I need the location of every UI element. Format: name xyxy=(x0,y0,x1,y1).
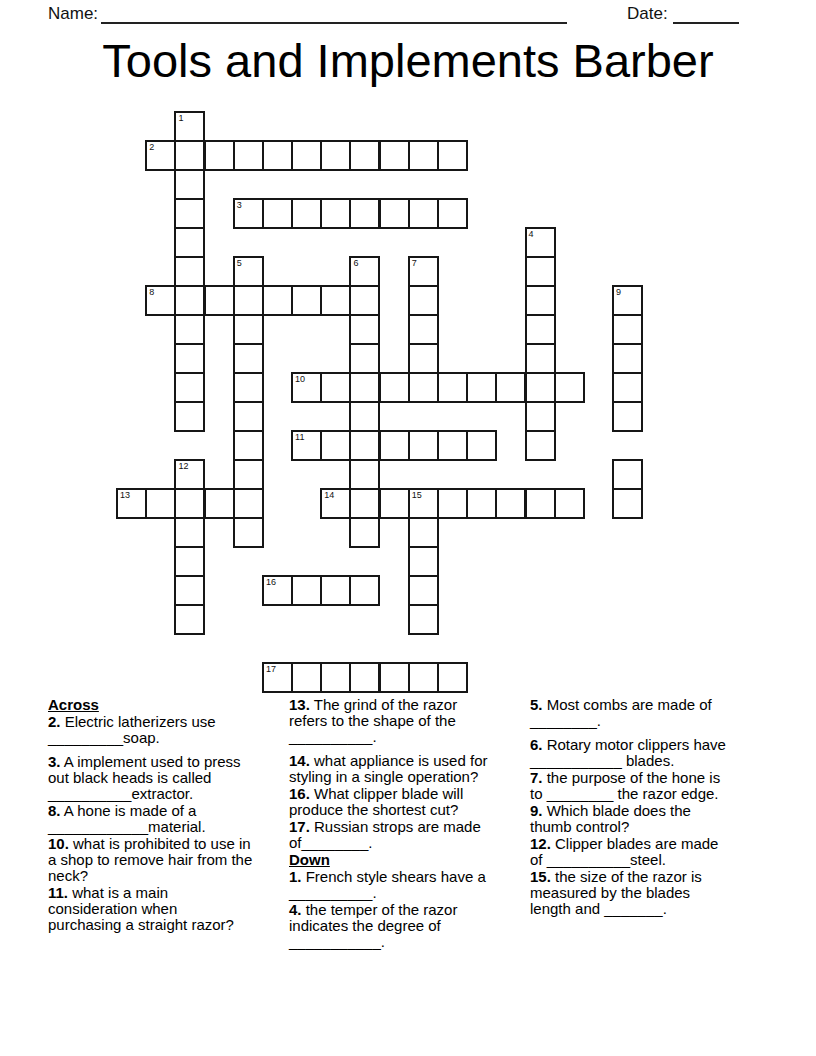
clue-number-17: 17 xyxy=(266,664,276,675)
name-label: Name: xyxy=(48,4,98,24)
clue-number-10: 10 xyxy=(295,374,305,385)
grid-cell-r7c10[interactable] xyxy=(408,314,439,345)
grid-cell-r9c13[interactable] xyxy=(495,372,526,403)
grid-cell-r1c10[interactable] xyxy=(408,140,439,171)
grid-cell-r6c1[interactable]: 8 xyxy=(145,285,176,316)
clue-across-3: 3. A implement used to press out black h… xyxy=(48,754,253,802)
grid-cell-r16c2[interactable] xyxy=(174,575,205,606)
grid-cell-r13c7[interactable]: 14 xyxy=(320,488,351,519)
grid-cell-r13c10[interactable]: 15 xyxy=(408,488,439,519)
clue-across-13: 13. The grind of the razor refers to the… xyxy=(289,697,494,745)
grid-cell-r16c8[interactable] xyxy=(349,575,380,606)
clue-number-15: 15 xyxy=(412,490,422,501)
grid-cell-r13c11[interactable] xyxy=(437,488,468,519)
grid-cell-r19c9[interactable] xyxy=(379,662,410,693)
clue-number-3: 3 xyxy=(237,200,242,211)
grid-cell-r11c9[interactable] xyxy=(379,430,410,461)
grid-cell-r16c10[interactable] xyxy=(408,575,439,606)
grid-cell-r1c5[interactable] xyxy=(262,140,293,171)
grid-cell-r1c2[interactable] xyxy=(174,140,205,171)
grid-cell-r8c8[interactable] xyxy=(349,343,380,374)
grid-cell-r13c2[interactable] xyxy=(174,488,205,519)
grid-cell-r1c9[interactable] xyxy=(379,140,410,171)
grid-cell-r7c8[interactable] xyxy=(349,314,380,345)
clue-column-2: 13. The grind of the razor refers to the… xyxy=(289,697,494,951)
grid-cell-r8c2[interactable] xyxy=(174,343,205,374)
clue-down-12: 12. Clipper blades are made of _________… xyxy=(530,836,735,868)
grid-cell-r15c2[interactable] xyxy=(174,546,205,577)
grid-cell-r14c4[interactable] xyxy=(233,517,264,548)
puzzle-title: Tools and Implements Barber xyxy=(0,33,816,88)
clue-column-1: Across2. Electric latherizers use ______… xyxy=(48,697,253,934)
grid-cell-r5c10[interactable]: 7 xyxy=(408,256,439,287)
grid-cell-r11c14[interactable] xyxy=(525,430,556,461)
grid-cell-r3c5[interactable] xyxy=(262,198,293,229)
grid-cell-r14c10[interactable] xyxy=(408,517,439,548)
clues-down-header: Down xyxy=(289,852,494,868)
grid-cell-r13c4[interactable] xyxy=(233,488,264,519)
clue-number-6: 6 xyxy=(353,258,358,269)
grid-cell-r11c7[interactable] xyxy=(320,430,351,461)
grid-cell-r3c4[interactable]: 3 xyxy=(233,198,264,229)
grid-cell-r12c2[interactable]: 12 xyxy=(174,459,205,490)
grid-cell-r19c10[interactable] xyxy=(408,662,439,693)
grid-cell-r13c15[interactable] xyxy=(554,488,585,519)
grid-cell-r6c4[interactable] xyxy=(233,285,264,316)
grid-cell-r11c11[interactable] xyxy=(437,430,468,461)
grid-cell-r9c17[interactable] xyxy=(612,372,643,403)
date-fill-line[interactable] xyxy=(673,3,739,24)
grid-cell-r12c8[interactable] xyxy=(349,459,380,490)
grid-cell-r4c2[interactable] xyxy=(174,227,205,258)
date-label: Date: xyxy=(627,4,668,24)
grid-cell-r9c12[interactable] xyxy=(466,372,497,403)
clue-number-4: 4 xyxy=(529,229,534,240)
clue-across-2: 2. Electric latherizers use _________soa… xyxy=(48,714,253,746)
grid-cell-r9c9[interactable] xyxy=(379,372,410,403)
grid-cell-r16c6[interactable] xyxy=(291,575,322,606)
clue-down-15: 15. the size of the razor is measured by… xyxy=(530,869,735,917)
grid-cell-r6c6[interactable] xyxy=(291,285,322,316)
grid-cell-r7c17[interactable] xyxy=(612,314,643,345)
clue-number-14: 14 xyxy=(324,490,334,501)
clue-column-3: 5. Most combs are made of ________.6. Ro… xyxy=(530,697,735,918)
grid-cell-r9c11[interactable] xyxy=(437,372,468,403)
grid-cell-r3c2[interactable] xyxy=(174,198,205,229)
grid-cell-r10c2[interactable] xyxy=(174,401,205,432)
grid-cell-r10c14[interactable] xyxy=(525,401,556,432)
grid-cell-r9c8[interactable] xyxy=(349,372,380,403)
grid-cell-r3c10[interactable] xyxy=(408,198,439,229)
grid-cell-r16c5[interactable]: 16 xyxy=(262,575,293,606)
grid-cell-r13c13[interactable] xyxy=(495,488,526,519)
clue-across-16: 16. What clipper blade will produce the … xyxy=(289,786,494,818)
clues-across-header: Across xyxy=(48,697,253,713)
grid-cell-r19c8[interactable] xyxy=(349,662,380,693)
grid-cell-r1c8[interactable] xyxy=(349,140,380,171)
clue-down-5: 5. Most combs are made of ________. xyxy=(530,697,735,729)
grid-cell-r8c10[interactable] xyxy=(408,343,439,374)
clue-across-17: 17. Russian strops are made of________. xyxy=(289,819,494,851)
grid-cell-r10c8[interactable] xyxy=(349,401,380,432)
clue-down-7: 7. the purpose of the hone is to _______… xyxy=(530,770,735,802)
grid-cell-r5c14[interactable] xyxy=(525,256,556,287)
grid-cell-r6c3[interactable] xyxy=(204,285,235,316)
grid-cell-r10c4[interactable] xyxy=(233,401,264,432)
clue-number-16: 16 xyxy=(266,577,276,588)
grid-cell-r7c2[interactable] xyxy=(174,314,205,345)
grid-cell-r13c17[interactable] xyxy=(612,488,643,519)
grid-cell-r1c11[interactable] xyxy=(437,140,468,171)
clue-across-10: 10. what is prohibited to use in a shop … xyxy=(48,836,253,884)
clue-number-9: 9 xyxy=(616,287,621,298)
clue-number-1: 1 xyxy=(178,113,183,124)
grid-cell-r9c2[interactable] xyxy=(174,372,205,403)
grid-cell-r2c2[interactable] xyxy=(174,169,205,200)
grid-cell-r13c12[interactable] xyxy=(466,488,497,519)
grid-cell-r5c2[interactable] xyxy=(174,256,205,287)
grid-cell-r13c9[interactable] xyxy=(379,488,410,519)
grid-cell-r14c8[interactable] xyxy=(349,517,380,548)
grid-cell-r11c8[interactable] xyxy=(349,430,380,461)
clue-number-2: 2 xyxy=(149,142,154,153)
grid-cell-r8c4[interactable] xyxy=(233,343,264,374)
clue-down-1: 1. French style shears have a __________… xyxy=(289,869,494,901)
grid-cell-r9c6[interactable]: 10 xyxy=(291,372,322,403)
grid-cell-r9c7[interactable] xyxy=(320,372,351,403)
clue-across-11: 11. what is a main consideration when pu… xyxy=(48,885,253,933)
grid-cell-r1c6[interactable] xyxy=(291,140,322,171)
grid-cell-r3c9[interactable] xyxy=(379,198,410,229)
grid-cell-r12c17[interactable] xyxy=(612,459,643,490)
clue-number-11: 11 xyxy=(295,432,304,443)
grid-cell-r3c11[interactable] xyxy=(437,198,468,229)
grid-cell-r13c3[interactable] xyxy=(204,488,235,519)
grid-cell-r9c10[interactable] xyxy=(408,372,439,403)
clue-number-7: 7 xyxy=(412,258,417,269)
clue-number-12: 12 xyxy=(178,461,188,472)
grid-cell-r6c8[interactable] xyxy=(349,285,380,316)
grid-cell-r10c17[interactable] xyxy=(612,401,643,432)
grid-cell-r9c15[interactable] xyxy=(554,372,585,403)
grid-cell-r6c5[interactable] xyxy=(262,285,293,316)
grid-cell-r4c14[interactable]: 4 xyxy=(525,227,556,258)
grid-cell-r19c6[interactable] xyxy=(291,662,322,693)
grid-cell-r11c12[interactable] xyxy=(466,430,497,461)
grid-cell-r17c10[interactable] xyxy=(408,604,439,635)
clue-down-6: 6. Rotary motor clippers have __________… xyxy=(530,737,735,769)
grid-cell-r15c10[interactable] xyxy=(408,546,439,577)
grid-cell-r1c4[interactable] xyxy=(233,140,264,171)
grid-cell-r13c8[interactable] xyxy=(349,488,380,519)
grid-cell-r5c4[interactable]: 5 xyxy=(233,256,264,287)
grid-cell-r0c2[interactable]: 1 xyxy=(174,111,205,142)
grid-cell-r1c7[interactable] xyxy=(320,140,351,171)
clue-across-8: 8. A hone is made of a ____________mater… xyxy=(48,803,253,835)
grid-cell-r17c2[interactable] xyxy=(174,604,205,635)
grid-cell-r1c3[interactable] xyxy=(204,140,235,171)
crossword-grid: 1234567891011121314151617 xyxy=(116,111,644,695)
grid-cell-r6c14[interactable] xyxy=(525,285,556,316)
grid-cell-r19c11[interactable] xyxy=(437,662,468,693)
clue-number-8: 8 xyxy=(149,287,154,298)
grid-cell-r6c10[interactable] xyxy=(408,285,439,316)
grid-cell-r13c0[interactable]: 13 xyxy=(116,488,147,519)
grid-cell-r19c5[interactable]: 17 xyxy=(262,662,293,693)
grid-cell-r13c1[interactable] xyxy=(145,488,176,519)
grid-cell-r9c4[interactable] xyxy=(233,372,264,403)
grid-cell-r8c14[interactable] xyxy=(525,343,556,374)
grid-cell-r3c8[interactable] xyxy=(349,198,380,229)
grid-cell-r11c4[interactable] xyxy=(233,430,264,461)
grid-cell-r13c14[interactable] xyxy=(525,488,556,519)
grid-cell-r11c6[interactable]: 11 xyxy=(291,430,322,461)
clue-down-4: 4. the temper of the razor indicates the… xyxy=(289,902,494,950)
grid-cell-r11c10[interactable] xyxy=(408,430,439,461)
clue-number-13: 13 xyxy=(120,490,130,501)
grid-cell-r8c17[interactable] xyxy=(612,343,643,374)
grid-cell-r3c7[interactable] xyxy=(320,198,351,229)
grid-cell-r1c1[interactable]: 2 xyxy=(145,140,176,171)
grid-cell-r6c17[interactable]: 9 xyxy=(612,285,643,316)
clue-across-14: 14. what appliance is used for styling i… xyxy=(289,753,494,785)
grid-cell-r16c7[interactable] xyxy=(320,575,351,606)
grid-cell-r19c7[interactable] xyxy=(320,662,351,693)
grid-cell-r12c4[interactable] xyxy=(233,459,264,490)
clue-down-9: 9. Which blade does the thumb control? xyxy=(530,803,735,835)
grid-cell-r3c6[interactable] xyxy=(291,198,322,229)
grid-cell-r9c14[interactable] xyxy=(525,372,556,403)
grid-cell-r7c4[interactable] xyxy=(233,314,264,345)
clue-number-5: 5 xyxy=(237,258,242,269)
grid-cell-r5c8[interactable]: 6 xyxy=(349,256,380,287)
grid-cell-r6c2[interactable] xyxy=(174,285,205,316)
grid-cell-r6c7[interactable] xyxy=(320,285,351,316)
name-fill-line[interactable] xyxy=(101,3,567,24)
grid-cell-r7c14[interactable] xyxy=(525,314,556,345)
grid-cell-r14c2[interactable] xyxy=(174,517,205,548)
